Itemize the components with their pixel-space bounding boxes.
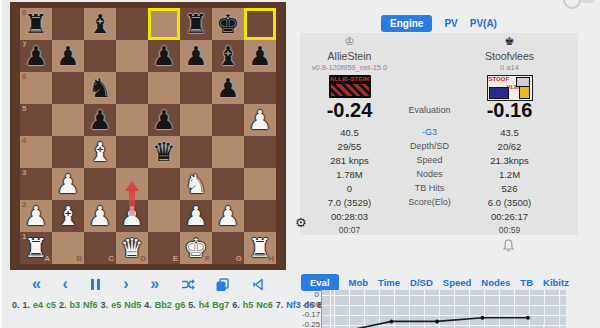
tab-engine[interactable]: Engine (381, 15, 432, 32)
black-logo-text-top: STOOF (489, 76, 510, 82)
move-token[interactable]: e5 (111, 300, 121, 310)
square-c8: ♝ (84, 8, 116, 40)
square-b8 (52, 8, 84, 40)
square-b5 (52, 104, 84, 136)
square-a1: 1A♜ (20, 232, 52, 264)
sound-icon[interactable] (251, 278, 264, 291)
black-crown-icon: ♚ (462, 36, 557, 48)
square-c1: C (84, 232, 116, 264)
rank-label: 6 (22, 73, 26, 81)
square-e7: ♟ (148, 40, 180, 72)
y-tick: -0.25 (302, 321, 319, 328)
bell-icon[interactable] (502, 238, 515, 257)
white-piece-p-b3: ♟ (56, 169, 79, 199)
window-control-partial (581, 0, 594, 3)
engine-panel: ♔ AllieStein v0.8-120f959_net-15.0 ALLIE… (300, 33, 578, 235)
square-d6 (116, 72, 148, 104)
stat-value: 7.0 (3529) (302, 195, 397, 209)
square-a8: 8♜ (20, 8, 52, 40)
stat-label: Depth/SD (397, 139, 462, 153)
square-c2: ♟ (84, 200, 116, 232)
eval-chart: 0 -0.08 -0.17 -0.25 (302, 290, 578, 328)
move-token[interactable]: h4 (199, 300, 210, 310)
white-piece-p-c2: ♟ (88, 201, 111, 231)
square-h6 (244, 72, 276, 104)
square-f4 (180, 136, 212, 168)
rank-label: 8 (22, 9, 26, 17)
stat-value: 00:26:17 (462, 209, 557, 223)
stat-label: Score(Elo) (397, 195, 462, 209)
white-engine-version: v0.8-120f959_net-15.0 (302, 63, 397, 72)
square-a5: 5 (20, 104, 52, 136)
tab-pva[interactable]: PV(A) (470, 18, 497, 29)
eval-plot-area[interactable] (321, 290, 566, 328)
chart-tab-kibitz[interactable]: Kibitz (543, 277, 569, 288)
square-a3: 3 (20, 168, 52, 200)
stat-value: -0.24 (302, 95, 397, 125)
black-logo-gray-block (516, 77, 530, 87)
chess-board: 8♜♝♜♚7♟♟♟♟♝♟6♞♟5♟♟♟4♝♛3♟♞2♟♝♟♟♟♟1A♜BCD♛E… (20, 8, 276, 264)
square-d4 (116, 136, 148, 168)
square-d5 (116, 104, 148, 136)
stat-label: Evaluation (397, 95, 462, 125)
pause-icon[interactable] (90, 279, 102, 290)
move-token[interactable]: Nd5 (124, 300, 141, 310)
square-b6 (52, 72, 84, 104)
chart-tab-time[interactable]: Time (378, 277, 400, 288)
move-token: 0. (12, 300, 20, 310)
file-label: B (76, 255, 82, 263)
square-f2: ♟ (180, 200, 212, 232)
chart-tab-tb[interactable]: TB (520, 277, 533, 288)
black-piece-k-g8: ♚ (216, 9, 239, 39)
square-b3: ♟ (52, 168, 84, 200)
square-c3 (84, 168, 116, 200)
chart-tabs: EvalMobTimeD/SDSpeedNodesTBKibitz (301, 274, 569, 291)
move-token: 5. (188, 300, 196, 310)
move-token[interactable]: h5 (243, 300, 254, 310)
move-token: 3. (101, 300, 109, 310)
square-d7 (116, 40, 148, 72)
step-forward-icon[interactable]: › (123, 275, 128, 293)
square-h5: ♟ (244, 104, 276, 136)
chart-tab-mob[interactable]: Mob (349, 277, 369, 288)
engine-move-arrow (129, 190, 135, 216)
fast-forward-icon[interactable]: » (150, 275, 159, 293)
file-label: F (205, 255, 210, 263)
white-engine-name: AllieStein (302, 50, 397, 62)
black-piece-p-b7: ♟ (56, 41, 79, 71)
stat-label (397, 223, 462, 237)
move-token[interactable]: Bb2 (155, 300, 172, 310)
white-piece-b-b2: ♝ (56, 201, 79, 231)
square-h2 (244, 200, 276, 232)
move-token[interactable]: c5 (46, 300, 56, 310)
square-a6: 6 (20, 72, 52, 104)
square-f7: ♟ (180, 40, 212, 72)
chart-tab-nodes[interactable]: Nodes (481, 277, 510, 288)
stat-value: 21.3knps (462, 153, 557, 167)
file-label: A (44, 255, 50, 263)
move-list: 0.1.e4c52.b3Nf63.e5Nd54.Bb2g65.h4Bg76.h5… (12, 299, 304, 312)
square-g8: ♚ (212, 8, 244, 40)
square-d1: D♛ (116, 232, 148, 264)
square-h3 (244, 168, 276, 200)
move-token[interactable]: Nc6 (256, 300, 273, 310)
move-token: 7. (276, 300, 284, 310)
move-token: 4. (144, 300, 152, 310)
stat-value: 29/55 (302, 139, 397, 153)
square-e3 (148, 168, 180, 200)
square-e2 (148, 200, 180, 232)
stat-value: 1.2M (462, 167, 557, 181)
rank-label: 3 (22, 169, 26, 177)
stat-value: 526 (462, 181, 557, 195)
stat-value: 281 knps (302, 153, 397, 167)
window-control-partial (563, 0, 581, 9)
move-token[interactable]: e4 (33, 300, 43, 310)
white-piece-p-f2: ♟ (184, 201, 207, 231)
chess-board-frame: 8♜♝♜♚7♟♟♟♟♝♟6♞♟5♟♟♟4♝♛3♟♞2♟♝♟♟♟♟1A♜BCD♛E… (10, 2, 286, 270)
stat-value: 40.5 (302, 125, 397, 139)
stat-label (397, 209, 462, 223)
square-c5: ♟ (84, 104, 116, 136)
move-token[interactable]: g6 (175, 300, 186, 310)
copy-icon[interactable] (216, 278, 229, 291)
square-g4 (212, 136, 244, 168)
stat-value: 43.5 (462, 125, 557, 139)
white-logo-text: ALLIE-STEIN (329, 75, 371, 84)
white-crown-icon: ♔ (302, 36, 397, 48)
step-backward-icon[interactable]: ‹ (63, 275, 68, 293)
square-e4: ♛ (148, 136, 180, 168)
square-a4: 4 (20, 136, 52, 168)
y-tick: 0 (302, 291, 319, 299)
y-tick: -0.17 (302, 311, 319, 319)
black-piece-p-e5: ♟ (152, 105, 175, 135)
stat-label[interactable]: -G3 (397, 125, 462, 139)
move-token[interactable]: b3 (70, 300, 81, 310)
stat-value: 1.78M (302, 167, 397, 181)
square-e6 (148, 72, 180, 104)
file-label: G (236, 255, 242, 263)
move-token: 6. (232, 300, 240, 310)
square-a7: 7♟ (20, 40, 52, 72)
square-h1: H♜ (244, 232, 276, 264)
square-e8 (148, 8, 180, 40)
rank-label: 7 (22, 41, 26, 49)
move-token[interactable]: Bg7 (212, 300, 229, 310)
stat-value: -0.16 (462, 95, 557, 125)
move-token[interactable]: Nf6 (83, 300, 98, 310)
engine-stats-grid: -0.24Evaluation-0.1640.5-G343.529/55Dept… (302, 95, 557, 237)
square-c7 (84, 40, 116, 72)
square-g6: ♟ (212, 72, 244, 104)
black-piece-p-h7: ♟ (248, 41, 271, 71)
square-g1: G (212, 232, 244, 264)
square-b4 (52, 136, 84, 168)
square-a2: 2♟ (20, 200, 52, 232)
rank-label: 4 (22, 137, 26, 145)
square-f8: ♜ (180, 8, 212, 40)
black-engine-name: Stoofvlees (462, 50, 557, 62)
square-e1: E (148, 232, 180, 264)
black-piece-n-c6: ♞ (88, 73, 111, 103)
square-c4: ♝ (84, 136, 116, 168)
black-piece-p-c5: ♟ (88, 105, 111, 135)
file-label: H (268, 255, 274, 263)
move-token: 2. (59, 300, 67, 310)
stat-value: 00:28:03 (302, 209, 397, 223)
rank-label: 2 (22, 201, 26, 209)
stat-value: 0 (302, 181, 397, 195)
tcec-viewer: 8♜♝♜♚7♟♟♟♟♝♟6♞♟5♟♟♟4♝♛3♟♞2♟♝♟♟♟♟1A♜BCD♛E… (0, 0, 600, 328)
file-label: D (140, 255, 146, 263)
square-h7: ♟ (244, 40, 276, 72)
y-tick: -0.08 (302, 301, 319, 309)
gear-icon[interactable]: ⚙ (295, 215, 307, 230)
rank-label: 1 (22, 233, 26, 241)
stat-value: 20/62 (462, 139, 557, 153)
square-g3 (212, 168, 244, 200)
move-token[interactable]: Nf3 (286, 300, 301, 310)
white-piece-n-f3: ♞ (184, 169, 207, 199)
square-f3: ♞ (180, 168, 212, 200)
move-token: 1. (23, 300, 31, 310)
square-b7: ♟ (52, 40, 84, 72)
file-label: C (108, 255, 114, 263)
chart-tab-speed[interactable]: Speed (443, 277, 472, 288)
square-e5: ♟ (148, 104, 180, 136)
black-engine-header: ♚ Stoofvlees II a14 STOOF VLEES (462, 36, 557, 101)
fast-backward-icon[interactable]: « (32, 275, 41, 293)
stat-value: 00:59 (462, 223, 557, 237)
black-piece-p-a7: ♟ (24, 41, 47, 71)
square-f1: F♚ (180, 232, 212, 264)
playback-controls: « ‹ › » (10, 272, 286, 296)
stat-label: TB Hits (397, 181, 462, 195)
square-f5 (180, 104, 212, 136)
square-g2: ♟ (212, 200, 244, 232)
chart-tab-eval[interactable]: Eval (301, 274, 339, 291)
black-piece-p-f7: ♟ (184, 41, 207, 71)
black-piece-b-c8: ♝ (88, 9, 111, 39)
stat-value: 6.0 (3500) (462, 195, 557, 209)
square-h8 (244, 8, 276, 40)
black-piece-r-f8: ♜ (184, 9, 207, 39)
square-g7: ♝ (212, 40, 244, 72)
stat-value: 00:07 (302, 223, 397, 237)
chart-tab-dsd[interactable]: D/SD (410, 277, 433, 288)
engine-view-tabs: Engine PV PV(A) (300, 15, 578, 32)
square-d8 (116, 8, 148, 40)
white-piece-p-a2: ♟ (24, 201, 47, 231)
shuffle-icon[interactable] (181, 278, 195, 291)
square-c6: ♞ (84, 72, 116, 104)
tab-pv[interactable]: PV (444, 18, 457, 29)
black-piece-q-e4: ♛ (152, 137, 175, 167)
square-b2: ♝ (52, 200, 84, 232)
stat-label: Speed (397, 153, 462, 167)
black-piece-p-g6: ♟ (216, 73, 239, 103)
white-piece-p-g2: ♟ (216, 201, 239, 231)
square-f6 (180, 72, 212, 104)
black-engine-version: II a14 (462, 63, 557, 72)
black-piece-b-g7: ♝ (216, 41, 239, 71)
rank-label: 5 (22, 105, 26, 113)
square-g5 (212, 104, 244, 136)
black-piece-r-a8: ♜ (24, 9, 47, 39)
file-label: E (173, 255, 178, 263)
square-h4 (244, 136, 276, 168)
white-piece-b-c4: ♝ (88, 137, 111, 167)
left-edge (0, 0, 2, 328)
black-piece-p-e7: ♟ (152, 41, 175, 71)
white-piece-p-h5: ♟ (248, 105, 271, 135)
white-engine-header: ♔ AllieStein v0.8-120f959_net-15.0 ALLIE… (302, 36, 397, 98)
stat-label: Nodes (397, 167, 462, 181)
square-b1: B (52, 232, 84, 264)
